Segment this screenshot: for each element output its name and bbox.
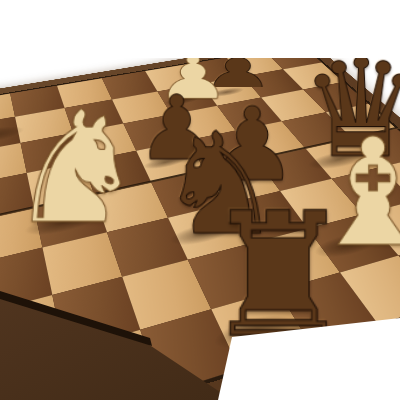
background-top-band — [0, 0, 400, 58]
chess-piece-glyph-knight: ♞ — [0, 91, 158, 245]
chess-photo-scene: ♚♟♟♟♞♟♛♞♝♜ — [0, 0, 400, 400]
